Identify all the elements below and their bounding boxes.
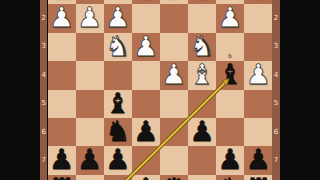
square-b2[interactable]: ♟ (216, 4, 244, 32)
black-pawn-e6: ♟ (133, 118, 158, 146)
square-f2[interactable]: ♟ (104, 4, 132, 32)
black-pawn-g7: ♟ (77, 146, 102, 174)
square-e7[interactable] (132, 146, 160, 174)
black-queen-d8: ♛ (161, 175, 186, 180)
square-d5[interactable] (160, 90, 188, 118)
rank-label-6: 6 (272, 118, 280, 146)
square-e6[interactable]: ♟ (132, 118, 160, 146)
black-pawn-b7: ♟ (218, 146, 243, 174)
square-g8[interactable] (76, 175, 104, 180)
square-d7[interactable] (160, 146, 188, 174)
rank-label-8: 8 (272, 175, 280, 180)
black-pawn-h7: ♟ (49, 146, 74, 174)
black-knight-f6: ♞ (105, 118, 130, 146)
square-b6[interactable] (216, 118, 244, 146)
square-b5[interactable] (216, 90, 244, 118)
square-f4[interactable] (104, 61, 132, 89)
square-g3[interactable] (76, 33, 104, 61)
square-c7[interactable] (188, 146, 216, 174)
square-c8[interactable] (188, 175, 216, 180)
rank-label-8: 8 (40, 175, 48, 180)
square-g4[interactable] (76, 61, 104, 89)
square-e2[interactable] (132, 4, 160, 32)
black-bishop-b4: ♝ (218, 61, 243, 89)
rank-label-3: 3 (272, 33, 280, 61)
square-d4[interactable]: ♟ (160, 61, 188, 89)
rank-label-2: 2 (40, 4, 48, 32)
rank-coordinates-left: 12345678 (40, 0, 48, 180)
square-c3[interactable]: ♞ (188, 33, 216, 61)
square-f3[interactable]: ♞ (104, 33, 132, 61)
rank-label-3: 3 (40, 33, 48, 61)
square-b8[interactable]: ♞ (216, 175, 244, 180)
square-a3[interactable] (244, 33, 272, 61)
rank-label-2: 2 (272, 4, 280, 32)
square-f8[interactable] (104, 175, 132, 180)
rank-label-5: 5 (272, 90, 280, 118)
white-pawn-g2: ♟ (77, 4, 102, 32)
square-h4[interactable] (48, 61, 76, 89)
square-g2[interactable]: ♟ (76, 4, 104, 32)
rank-label-6: 6 (40, 118, 48, 146)
black-pawn-a7: ♟ (246, 146, 271, 174)
white-knight-c3: ♞ (189, 33, 214, 61)
black-pawn-c6: ♟ (189, 118, 214, 146)
square-f6[interactable]: ♞ (104, 118, 132, 146)
white-knight-f3: ♞ (105, 33, 130, 61)
cursor-mark: b (228, 53, 232, 59)
square-b4[interactable]: ♝ (216, 61, 244, 89)
square-h8[interactable]: ♜ (48, 175, 76, 180)
black-rook-h8: ♜ (49, 175, 74, 180)
square-c5[interactable] (188, 90, 216, 118)
black-king-e8: ♚ (133, 175, 158, 180)
square-c6[interactable]: ♟ (188, 118, 216, 146)
square-a5[interactable] (244, 90, 272, 118)
rank-label-4: 4 (40, 61, 48, 89)
square-e5[interactable] (132, 90, 160, 118)
rank-coordinates-right: 12345678 (272, 0, 280, 180)
black-knight-b8: ♞ (218, 175, 243, 180)
square-c2[interactable] (188, 4, 216, 32)
black-rook-a8: ♜ (246, 175, 271, 180)
rank-label-5: 5 (40, 90, 48, 118)
square-g5[interactable] (76, 90, 104, 118)
chess-board[interactable]: ♜♚♛♝♜♟♟♟♟♞♟♞♟♝♝♟♝♞♟♟♟♟♟♟♟♜♚♛♞♜ (48, 0, 273, 180)
white-pawn-f2: ♟ (105, 4, 130, 32)
square-g7[interactable]: ♟ (76, 146, 104, 174)
square-h5[interactable] (48, 90, 76, 118)
square-h3[interactable] (48, 33, 76, 61)
square-d6[interactable] (160, 118, 188, 146)
square-a2[interactable] (244, 4, 272, 32)
square-d3[interactable] (160, 33, 188, 61)
square-d2[interactable] (160, 4, 188, 32)
black-pawn-f7: ♟ (105, 146, 130, 174)
white-pawn-h2: ♟ (49, 4, 74, 32)
white-pawn-b2: ♟ (218, 4, 243, 32)
square-f7[interactable]: ♟ (104, 146, 132, 174)
white-pawn-d4: ♟ (161, 61, 186, 89)
rank-label-7: 7 (272, 146, 280, 174)
square-h2[interactable]: ♟ (48, 4, 76, 32)
square-h6[interactable] (48, 118, 76, 146)
square-a7[interactable]: ♟ (244, 146, 272, 174)
square-b7[interactable]: ♟ (216, 146, 244, 174)
square-c4[interactable]: ♝ (188, 61, 216, 89)
white-bishop-c4: ♝ (189, 61, 214, 89)
rank-label-4: 4 (272, 61, 280, 89)
black-bishop-f5: ♝ (105, 90, 130, 118)
square-e3[interactable]: ♟ (132, 33, 160, 61)
square-a6[interactable] (244, 118, 272, 146)
square-e8[interactable]: ♚ (132, 175, 160, 180)
square-f5[interactable]: ♝ (104, 90, 132, 118)
white-pawn-a4: ♟ (246, 61, 271, 89)
stage: 12345678 ♜♚♛♝♜♟♟♟♟♞♟♞♟♝♝♟♝♞♟♟♟♟♟♟♟♜♚♛♞♜ … (0, 0, 320, 180)
square-a4[interactable]: ♟ (244, 61, 272, 89)
square-e4[interactable] (132, 61, 160, 89)
square-a8[interactable]: ♜ (244, 175, 272, 180)
square-d8[interactable]: ♛ (160, 175, 188, 180)
rank-label-7: 7 (40, 146, 48, 174)
square-g6[interactable] (76, 118, 104, 146)
square-h7[interactable]: ♟ (48, 146, 76, 174)
white-pawn-e3: ♟ (133, 33, 158, 61)
